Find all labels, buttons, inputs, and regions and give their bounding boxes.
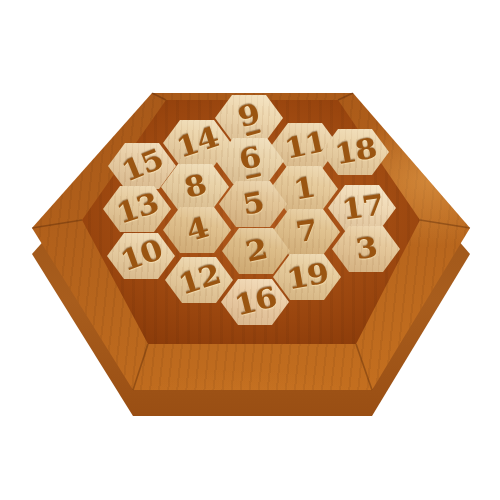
tile-number: 12 — [175, 260, 223, 299]
tile-number: 6 — [236, 143, 262, 175]
tile-label: 17 — [342, 192, 383, 225]
tile-number: 13 — [113, 189, 161, 228]
tile-label: 2 — [244, 235, 268, 266]
tile-label: 6 — [238, 143, 263, 179]
tile-number: 16 — [232, 283, 279, 320]
tile-label: 3 — [355, 234, 377, 264]
tile-number: 3 — [354, 234, 378, 265]
tile-label: 5 — [241, 189, 264, 220]
tile-label: 7 — [295, 217, 317, 247]
tile-label: 15 — [120, 146, 165, 186]
tile-label: 9 — [236, 100, 262, 137]
tile-number: 7 — [294, 217, 318, 248]
tile-number: 18 — [332, 135, 378, 170]
tile-number: 1 — [291, 173, 316, 204]
wooden-hexagon-number-puzzle-photo: 91411186158151713473210191216 — [0, 0, 500, 500]
tile-label: 19 — [286, 260, 327, 294]
tile-label: 10 — [119, 237, 163, 276]
tile-label: 12 — [177, 261, 221, 299]
tile-label: 18 — [334, 135, 375, 169]
tile-number: 9 — [235, 99, 262, 131]
tile-number: 10 — [117, 236, 165, 276]
tile-number: 17 — [340, 191, 385, 224]
tile-label: 1 — [292, 174, 315, 205]
tile-number: 19 — [284, 260, 330, 295]
tile-label: 14 — [175, 124, 219, 162]
tile-number: 14 — [173, 123, 221, 162]
tile-label: 11 — [284, 128, 326, 163]
tile-label: 4 — [184, 214, 209, 246]
tile-label: 13 — [115, 190, 159, 228]
tile-number: 5 — [240, 188, 265, 219]
tile-number: 8 — [181, 171, 208, 203]
tile-number: 11 — [282, 128, 328, 164]
tile-number: 4 — [183, 214, 211, 247]
tile-number: 2 — [243, 235, 269, 267]
tile-label: 16 — [234, 284, 277, 320]
tile-label: 8 — [182, 171, 207, 203]
tile-number: 15 — [118, 145, 167, 186]
